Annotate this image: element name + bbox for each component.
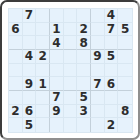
cell-r4c2[interactable]: 4 xyxy=(23,50,37,64)
cell-r5c3[interactable] xyxy=(36,64,50,78)
cell-r9c1[interactable] xyxy=(9,118,23,132)
cell-r2c5[interactable] xyxy=(64,23,78,37)
cell-r8c6[interactable]: 3 xyxy=(77,105,91,119)
cell-r5c5[interactable] xyxy=(64,64,78,78)
cell-r3c5[interactable] xyxy=(64,36,78,50)
cell-r3c8[interactable] xyxy=(105,36,119,50)
cell-r7c5[interactable] xyxy=(64,91,78,105)
cell-r8c9[interactable]: 8 xyxy=(118,105,132,119)
given-digit: 7 xyxy=(107,23,115,35)
cell-r8c5[interactable] xyxy=(64,105,78,119)
cell-r5c7[interactable] xyxy=(91,64,105,78)
given-digit: 2 xyxy=(79,23,87,35)
cell-r6c7[interactable]: 7 xyxy=(91,77,105,91)
given-digit: 8 xyxy=(121,105,129,117)
given-digit: 4 xyxy=(107,9,115,21)
cell-r2c9[interactable]: 5 xyxy=(118,23,132,37)
given-digit: 3 xyxy=(79,105,87,117)
sudoku-card: 74612754842959176752693852 xyxy=(0,0,140,140)
given-digit: 8 xyxy=(79,37,87,49)
cell-r9c5[interactable] xyxy=(64,118,78,132)
given-digit: 1 xyxy=(52,23,60,35)
cell-r1c1[interactable] xyxy=(9,9,23,23)
given-digit: 5 xyxy=(25,119,33,131)
given-digit: 6 xyxy=(25,105,33,117)
given-digit: 1 xyxy=(38,78,46,90)
cell-r7c1[interactable] xyxy=(9,91,23,105)
given-digit: 4 xyxy=(52,37,60,49)
cell-r8c3[interactable] xyxy=(36,105,50,119)
cell-r5c4[interactable] xyxy=(50,64,64,78)
cell-r3c7[interactable] xyxy=(91,36,105,50)
cell-r4c4[interactable] xyxy=(50,50,64,64)
given-digit: 9 xyxy=(93,50,101,62)
cell-r2c1[interactable]: 6 xyxy=(9,23,23,37)
cell-r5c9[interactable] xyxy=(118,64,132,78)
given-digit: 6 xyxy=(11,23,19,35)
cell-r7c4[interactable]: 7 xyxy=(50,91,64,105)
cell-r1c8[interactable]: 4 xyxy=(105,9,119,23)
given-digit: 6 xyxy=(107,78,115,90)
cell-r2c3[interactable] xyxy=(36,23,50,37)
cell-r3c2[interactable] xyxy=(23,36,37,50)
cell-r9c2[interactable]: 5 xyxy=(23,118,37,132)
cell-r5c6[interactable] xyxy=(77,64,91,78)
cell-r3c6[interactable]: 8 xyxy=(77,36,91,50)
cell-r8c7[interactable] xyxy=(91,105,105,119)
given-digit: 7 xyxy=(25,9,33,21)
given-digit: 2 xyxy=(38,50,46,62)
cell-r9c9[interactable] xyxy=(118,118,132,132)
cell-r2c6[interactable]: 2 xyxy=(77,23,91,37)
cell-r1c6[interactable] xyxy=(77,9,91,23)
cell-r9c8[interactable]: 2 xyxy=(105,118,119,132)
cell-r6c2[interactable]: 9 xyxy=(23,77,37,91)
given-digit: 5 xyxy=(121,23,129,35)
cell-r3c1[interactable] xyxy=(9,36,23,50)
cell-r8c1[interactable]: 2 xyxy=(9,105,23,119)
cell-r3c3[interactable] xyxy=(36,36,50,50)
cell-r3c9[interactable] xyxy=(118,36,132,50)
cell-r4c9[interactable] xyxy=(118,50,132,64)
cell-r6c1[interactable] xyxy=(9,77,23,91)
cell-r7c6[interactable]: 5 xyxy=(77,91,91,105)
cell-r6c6[interactable] xyxy=(77,77,91,91)
cell-r4c6[interactable] xyxy=(77,50,91,64)
given-digit: 9 xyxy=(52,105,60,117)
cell-r7c2[interactable] xyxy=(23,91,37,105)
cell-r5c1[interactable] xyxy=(9,64,23,78)
cell-r5c8[interactable] xyxy=(105,64,119,78)
cell-r8c8[interactable] xyxy=(105,105,119,119)
cell-r2c7[interactable] xyxy=(91,23,105,37)
cell-r1c2[interactable]: 7 xyxy=(23,9,37,23)
cell-r9c7[interactable] xyxy=(91,118,105,132)
cell-r4c5[interactable] xyxy=(64,50,78,64)
given-digit: 5 xyxy=(79,91,87,103)
given-digit: 2 xyxy=(11,105,19,117)
cell-r1c9[interactable] xyxy=(118,9,132,23)
given-digit: 9 xyxy=(25,78,33,90)
cell-r9c3[interactable] xyxy=(36,118,50,132)
cell-r6c5[interactable] xyxy=(64,77,78,91)
cell-r2c8[interactable]: 7 xyxy=(105,23,119,37)
cell-r3c4[interactable]: 4 xyxy=(50,36,64,50)
cell-r4c1[interactable] xyxy=(9,50,23,64)
cell-r9c4[interactable] xyxy=(50,118,64,132)
cell-r2c4[interactable]: 1 xyxy=(50,23,64,37)
cell-r7c8[interactable] xyxy=(105,91,119,105)
cell-r4c7[interactable]: 9 xyxy=(91,50,105,64)
cell-r8c4[interactable]: 9 xyxy=(50,105,64,119)
cell-r1c4[interactable] xyxy=(50,9,64,23)
given-digit: 2 xyxy=(107,119,115,131)
cell-r6c8[interactable]: 6 xyxy=(105,77,119,91)
given-digit: 7 xyxy=(93,78,101,90)
cell-r1c3[interactable] xyxy=(36,9,50,23)
cell-r2c2[interactable] xyxy=(23,23,37,37)
cell-r6c3[interactable]: 1 xyxy=(36,77,50,91)
cell-r7c7[interactable] xyxy=(91,91,105,105)
cell-r9c6[interactable] xyxy=(77,118,91,132)
sudoku-grid: 74612754842959176752693852 xyxy=(9,9,132,132)
cell-r6c9[interactable] xyxy=(118,77,132,91)
cell-r1c5[interactable] xyxy=(64,9,78,23)
given-digit: 7 xyxy=(52,91,60,103)
cell-r1c7[interactable] xyxy=(91,9,105,23)
cell-r8c2[interactable]: 6 xyxy=(23,105,37,119)
given-digit: 4 xyxy=(25,50,33,62)
cell-r7c9[interactable] xyxy=(118,91,132,105)
cell-r7c3[interactable] xyxy=(36,91,50,105)
cell-r4c3[interactable]: 2 xyxy=(36,50,50,64)
cell-r4c8[interactable]: 5 xyxy=(105,50,119,64)
given-digit: 5 xyxy=(107,50,115,62)
cell-r6c4[interactable] xyxy=(50,77,64,91)
cell-r5c2[interactable] xyxy=(23,64,37,78)
